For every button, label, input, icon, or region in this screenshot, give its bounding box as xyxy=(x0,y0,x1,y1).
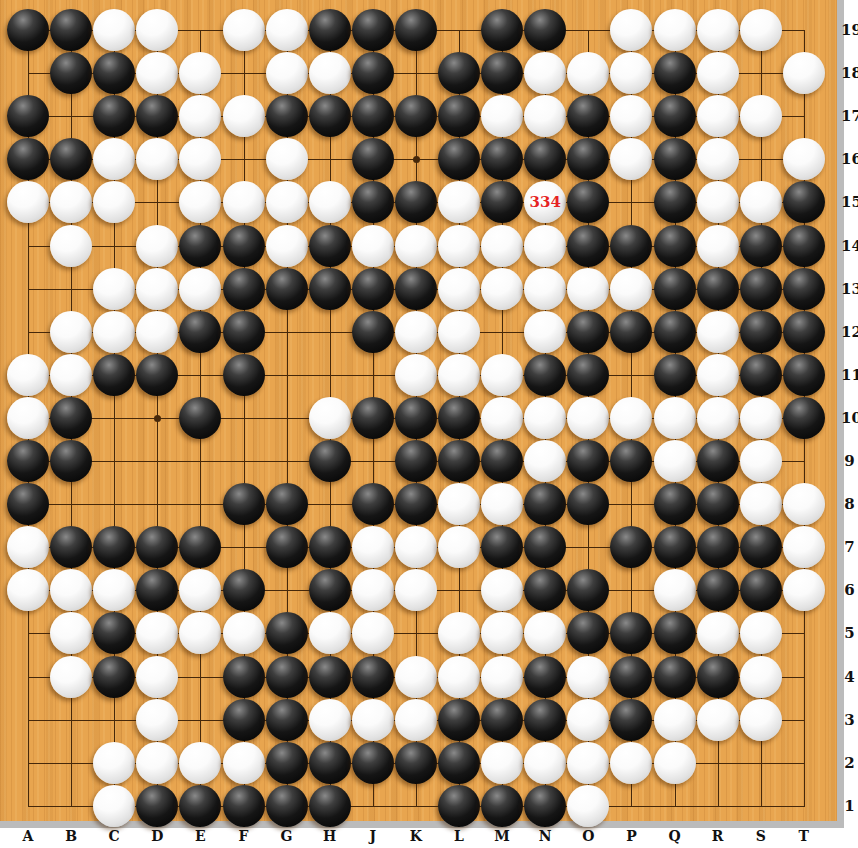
white-stone-A11 xyxy=(7,354,49,396)
white-stone-R5 xyxy=(697,612,739,654)
black-stone-T10 xyxy=(783,397,825,439)
black-stone-F14 xyxy=(223,225,265,267)
row-label-16: 16 xyxy=(841,149,858,169)
black-stone-Q5 xyxy=(654,612,696,654)
white-stone-P10 xyxy=(610,397,652,439)
white-stone-G18 xyxy=(266,52,308,94)
black-stone-J4 xyxy=(352,656,394,698)
white-stone-K12 xyxy=(395,311,437,353)
white-stone-O10 xyxy=(567,397,609,439)
row-label-13: 13 xyxy=(841,279,858,299)
white-stone-C2 xyxy=(93,742,135,784)
black-stone-G5 xyxy=(266,612,308,654)
col-label-O: O xyxy=(577,826,599,846)
black-stone-T14 xyxy=(783,225,825,267)
black-stone-H2 xyxy=(309,742,351,784)
black-stone-H14 xyxy=(309,225,351,267)
white-stone-L12 xyxy=(438,311,480,353)
black-stone-A16 xyxy=(7,138,49,180)
white-stone-R3 xyxy=(697,699,739,741)
row-label-8: 8 xyxy=(841,494,858,514)
white-stone-B4 xyxy=(50,656,92,698)
white-stone-B11 xyxy=(50,354,92,396)
black-stone-J12 xyxy=(352,311,394,353)
white-stone-H18 xyxy=(309,52,351,94)
black-stone-C4 xyxy=(93,656,135,698)
black-stone-M19 xyxy=(481,9,523,51)
black-stone-L3 xyxy=(438,699,480,741)
black-stone-Q4 xyxy=(654,656,696,698)
white-stone-N12 xyxy=(524,311,566,353)
row-label-12: 12 xyxy=(841,322,858,342)
col-label-D: D xyxy=(146,826,168,846)
black-stone-G4 xyxy=(266,656,308,698)
black-stone-R13 xyxy=(697,268,739,310)
black-stone-E14 xyxy=(179,225,221,267)
white-stone-S4 xyxy=(740,656,782,698)
black-stone-J2 xyxy=(352,742,394,784)
white-stone-G14 xyxy=(266,225,308,267)
black-stone-S14 xyxy=(740,225,782,267)
black-stone-L9 xyxy=(438,440,480,482)
black-stone-S11 xyxy=(740,354,782,396)
white-stone-M8 xyxy=(481,483,523,525)
black-stone-B10 xyxy=(50,397,92,439)
row-label-18: 18 xyxy=(841,63,858,83)
white-stone-N13 xyxy=(524,268,566,310)
black-stone-L10 xyxy=(438,397,480,439)
white-stone-O3 xyxy=(567,699,609,741)
black-stone-G17 xyxy=(266,95,308,137)
black-stone-Q17 xyxy=(654,95,696,137)
black-stone-Q7 xyxy=(654,526,696,568)
black-stone-K13 xyxy=(395,268,437,310)
black-stone-B18 xyxy=(50,52,92,94)
white-stone-B14 xyxy=(50,225,92,267)
black-stone-G7 xyxy=(266,526,308,568)
white-stone-J14 xyxy=(352,225,394,267)
row-label-3: 3 xyxy=(841,710,858,730)
black-stone-H19 xyxy=(309,9,351,51)
row-label-5: 5 xyxy=(841,623,858,643)
white-stone-R18 xyxy=(697,52,739,94)
white-stone-D13 xyxy=(136,268,178,310)
black-stone-C11 xyxy=(93,354,135,396)
col-label-H: H xyxy=(319,826,341,846)
white-stone-S3 xyxy=(740,699,782,741)
black-stone-O11 xyxy=(567,354,609,396)
white-stone-G15 xyxy=(266,181,308,223)
white-stone-Q9 xyxy=(654,440,696,482)
white-stone-L7 xyxy=(438,526,480,568)
black-stone-M9 xyxy=(481,440,523,482)
white-stone-R14 xyxy=(697,225,739,267)
white-stone-R12 xyxy=(697,311,739,353)
black-stone-H13 xyxy=(309,268,351,310)
black-stone-H7 xyxy=(309,526,351,568)
black-stone-K15 xyxy=(395,181,437,223)
black-stone-T15 xyxy=(783,181,825,223)
col-label-Q: Q xyxy=(664,826,686,846)
white-stone-F2 xyxy=(223,742,265,784)
white-stone-R17 xyxy=(697,95,739,137)
black-stone-O9 xyxy=(567,440,609,482)
white-stone-D12 xyxy=(136,311,178,353)
black-stone-F1 xyxy=(223,785,265,827)
white-stone-K7 xyxy=(395,526,437,568)
black-stone-M3 xyxy=(481,699,523,741)
white-stone-S17 xyxy=(740,95,782,137)
white-stone-D2 xyxy=(136,742,178,784)
white-stone-C1 xyxy=(93,785,135,827)
col-label-S: S xyxy=(750,826,772,846)
black-stone-D1 xyxy=(136,785,178,827)
white-stone-D3 xyxy=(136,699,178,741)
black-stone-R4 xyxy=(697,656,739,698)
black-stone-G13 xyxy=(266,268,308,310)
black-stone-M1 xyxy=(481,785,523,827)
white-stone-S19 xyxy=(740,9,782,51)
white-stone-S10 xyxy=(740,397,782,439)
black-stone-J18 xyxy=(352,52,394,94)
col-label-P: P xyxy=(620,826,642,846)
black-stone-S13 xyxy=(740,268,782,310)
black-stone-K2 xyxy=(395,742,437,784)
black-stone-K19 xyxy=(395,9,437,51)
white-stone-L14 xyxy=(438,225,480,267)
black-stone-K8 xyxy=(395,483,437,525)
row-label-14: 14 xyxy=(841,236,858,256)
black-stone-Q15 xyxy=(654,181,696,223)
white-stone-E13 xyxy=(179,268,221,310)
black-stone-R6 xyxy=(697,569,739,611)
black-stone-Q11 xyxy=(654,354,696,396)
black-stone-M18 xyxy=(481,52,523,94)
black-stone-L17 xyxy=(438,95,480,137)
black-stone-E1 xyxy=(179,785,221,827)
black-stone-F8 xyxy=(223,483,265,525)
black-stone-A8 xyxy=(7,483,49,525)
black-stone-Q8 xyxy=(654,483,696,525)
white-stone-J3 xyxy=(352,699,394,741)
black-stone-J19 xyxy=(352,9,394,51)
black-stone-R7 xyxy=(697,526,739,568)
white-stone-N18 xyxy=(524,52,566,94)
white-stone-N2 xyxy=(524,742,566,784)
white-stone-T8 xyxy=(783,483,825,525)
white-stone-Q3 xyxy=(654,699,696,741)
black-stone-S6 xyxy=(740,569,782,611)
col-label-E: E xyxy=(189,826,211,846)
black-stone-A17 xyxy=(7,95,49,137)
black-stone-N4 xyxy=(524,656,566,698)
white-stone-O2 xyxy=(567,742,609,784)
black-stone-Q14 xyxy=(654,225,696,267)
white-stone-M14 xyxy=(481,225,523,267)
white-stone-K14 xyxy=(395,225,437,267)
black-stone-K17 xyxy=(395,95,437,137)
white-stone-R10 xyxy=(697,397,739,439)
black-stone-T11 xyxy=(783,354,825,396)
white-stone-D19 xyxy=(136,9,178,51)
white-stone-Q6 xyxy=(654,569,696,611)
white-stone-G19 xyxy=(266,9,308,51)
white-stone-M11 xyxy=(481,354,523,396)
white-stone-T16 xyxy=(783,138,825,180)
white-stone-O4 xyxy=(567,656,609,698)
black-stone-J17 xyxy=(352,95,394,137)
col-label-C: C xyxy=(103,826,125,846)
black-stone-E10 xyxy=(179,397,221,439)
row-label-10: 10 xyxy=(841,408,858,428)
col-label-L: L xyxy=(448,826,470,846)
white-stone-Q2 xyxy=(654,742,696,784)
white-stone-N10 xyxy=(524,397,566,439)
black-stone-P12 xyxy=(610,311,652,353)
black-stone-N1 xyxy=(524,785,566,827)
row-label-7: 7 xyxy=(841,537,858,557)
white-stone-N14 xyxy=(524,225,566,267)
white-stone-D4 xyxy=(136,656,178,698)
black-stone-D11 xyxy=(136,354,178,396)
black-stone-N3 xyxy=(524,699,566,741)
white-stone-R15 xyxy=(697,181,739,223)
black-stone-J16 xyxy=(352,138,394,180)
white-stone-H10 xyxy=(309,397,351,439)
black-stone-C18 xyxy=(93,52,135,94)
white-stone-Q10 xyxy=(654,397,696,439)
white-stone-S5 xyxy=(740,612,782,654)
white-stone-E2 xyxy=(179,742,221,784)
black-stone-F4 xyxy=(223,656,265,698)
white-stone-L13 xyxy=(438,268,480,310)
white-stone-L8 xyxy=(438,483,480,525)
black-stone-M7 xyxy=(481,526,523,568)
white-stone-J7 xyxy=(352,526,394,568)
white-stone-K3 xyxy=(395,699,437,741)
black-stone-G3 xyxy=(266,699,308,741)
black-stone-F3 xyxy=(223,699,265,741)
col-label-M: M xyxy=(491,826,513,846)
white-stone-C19 xyxy=(93,9,135,51)
black-stone-N19 xyxy=(524,9,566,51)
white-stone-N9 xyxy=(524,440,566,482)
col-label-F: F xyxy=(233,826,255,846)
black-stone-F6 xyxy=(223,569,265,611)
black-stone-G8 xyxy=(266,483,308,525)
row-label-1: 1 xyxy=(841,796,858,816)
row-label-9: 9 xyxy=(841,451,858,471)
black-stone-F12 xyxy=(223,311,265,353)
black-stone-K9 xyxy=(395,440,437,482)
white-stone-F19 xyxy=(223,9,265,51)
black-stone-G1 xyxy=(266,785,308,827)
black-stone-H1 xyxy=(309,785,351,827)
white-stone-N15: 334 xyxy=(524,181,566,223)
black-stone-G2 xyxy=(266,742,308,784)
black-stone-B9 xyxy=(50,440,92,482)
row-label-15: 15 xyxy=(841,192,858,212)
black-stone-Q16 xyxy=(654,138,696,180)
white-stone-R11 xyxy=(697,354,739,396)
white-stone-S15 xyxy=(740,181,782,223)
black-stone-L16 xyxy=(438,138,480,180)
black-stone-A19 xyxy=(7,9,49,51)
black-stone-P3 xyxy=(610,699,652,741)
black-stone-N8 xyxy=(524,483,566,525)
black-stone-J15 xyxy=(352,181,394,223)
white-stone-Q19 xyxy=(654,9,696,51)
white-stone-M13 xyxy=(481,268,523,310)
row-label-17: 17 xyxy=(841,106,858,126)
white-stone-P13 xyxy=(610,268,652,310)
black-stone-F13 xyxy=(223,268,265,310)
black-stone-L18 xyxy=(438,52,480,94)
black-stone-K10 xyxy=(395,397,437,439)
white-stone-T6 xyxy=(783,569,825,611)
white-stone-L11 xyxy=(438,354,480,396)
white-stone-J5 xyxy=(352,612,394,654)
white-stone-R19 xyxy=(697,9,739,51)
last-move-number-label: 334 xyxy=(524,181,566,223)
row-label-6: 6 xyxy=(841,580,858,600)
col-label-R: R xyxy=(707,826,729,846)
black-stone-J13 xyxy=(352,268,394,310)
col-label-A: A xyxy=(17,826,39,846)
black-stone-H6 xyxy=(309,569,351,611)
white-stone-M2 xyxy=(481,742,523,784)
black-stone-N11 xyxy=(524,354,566,396)
white-stone-K6 xyxy=(395,569,437,611)
black-stone-H9 xyxy=(309,440,351,482)
white-stone-M4 xyxy=(481,656,523,698)
black-stone-F11 xyxy=(223,354,265,396)
white-stone-F5 xyxy=(223,612,265,654)
white-stone-H3 xyxy=(309,699,351,741)
white-stone-O1 xyxy=(567,785,609,827)
black-stone-R8 xyxy=(697,483,739,525)
col-label-T: T xyxy=(793,826,815,846)
black-stone-A9 xyxy=(7,440,49,482)
row-label-4: 4 xyxy=(841,667,858,687)
white-stone-A7 xyxy=(7,526,49,568)
white-stone-F15 xyxy=(223,181,265,223)
black-stone-B7 xyxy=(50,526,92,568)
col-label-J: J xyxy=(362,826,384,846)
row-label-19: 19 xyxy=(841,20,858,40)
white-stone-J6 xyxy=(352,569,394,611)
black-stone-Q12 xyxy=(654,311,696,353)
black-stone-Q18 xyxy=(654,52,696,94)
black-stone-J10 xyxy=(352,397,394,439)
white-stone-H15 xyxy=(309,181,351,223)
black-stone-O12 xyxy=(567,311,609,353)
black-stone-P4 xyxy=(610,656,652,698)
white-stone-L4 xyxy=(438,656,480,698)
white-stone-K11 xyxy=(395,354,437,396)
white-stone-M10 xyxy=(481,397,523,439)
col-label-G: G xyxy=(276,826,298,846)
black-stone-R9 xyxy=(697,440,739,482)
black-stone-E12 xyxy=(179,311,221,353)
white-stone-S8 xyxy=(740,483,782,525)
white-stone-T7 xyxy=(783,526,825,568)
white-stone-B12 xyxy=(50,311,92,353)
white-stone-F17 xyxy=(223,95,265,137)
black-stone-T12 xyxy=(783,311,825,353)
white-stone-M17 xyxy=(481,95,523,137)
white-stone-A10 xyxy=(7,397,49,439)
black-stone-S7 xyxy=(740,526,782,568)
col-label-K: K xyxy=(405,826,427,846)
black-stone-Q13 xyxy=(654,268,696,310)
col-label-B: B xyxy=(60,826,82,846)
row-label-2: 2 xyxy=(841,753,858,773)
black-stone-H17 xyxy=(309,95,351,137)
white-stone-C13 xyxy=(93,268,135,310)
white-stone-O13 xyxy=(567,268,609,310)
go-game-record-view: { "game": "go", "board": { "size": 19, "… xyxy=(0,0,858,848)
white-stone-H5 xyxy=(309,612,351,654)
row-label-11: 11 xyxy=(841,365,858,385)
white-stone-P2 xyxy=(610,742,652,784)
col-label-N: N xyxy=(534,826,556,846)
black-stone-L1 xyxy=(438,785,480,827)
white-stone-K4 xyxy=(395,656,437,698)
white-stone-A6 xyxy=(7,569,49,611)
white-stone-R16 xyxy=(697,138,739,180)
black-stone-O14 xyxy=(567,225,609,267)
white-stone-T18 xyxy=(783,52,825,94)
black-stone-J8 xyxy=(352,483,394,525)
black-stone-P14 xyxy=(610,225,652,267)
black-stone-B19 xyxy=(50,9,92,51)
black-stone-S12 xyxy=(740,311,782,353)
white-stone-C12 xyxy=(93,311,135,353)
white-stone-S9 xyxy=(740,440,782,482)
black-stone-H4 xyxy=(309,656,351,698)
white-stone-D14 xyxy=(136,225,178,267)
black-stone-L2 xyxy=(438,742,480,784)
white-stone-G16 xyxy=(266,138,308,180)
black-stone-T13 xyxy=(783,268,825,310)
